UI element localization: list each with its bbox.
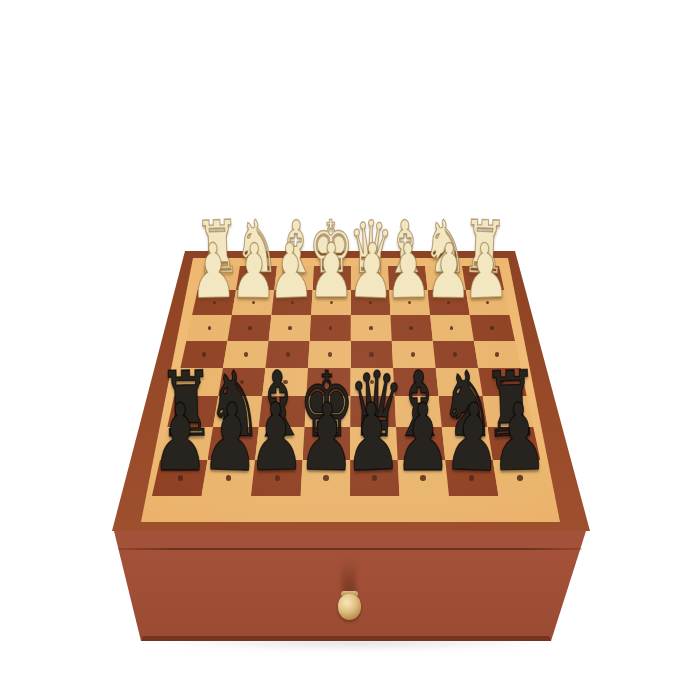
pieces-layer: ♜♞♝♚♛♝♞♜♟♟♟♟♟♟♟♟♜♞♝♚♛♝♞♜♟♟♟♟♟♟♟♟	[0, 0, 700, 700]
photo-canvas: ♜♞♝♚♛♝♞♜♟♟♟♟♟♟♟♟♜♞♝♚♛♝♞♜♟♟♟♟♟♟♟♟	[0, 0, 700, 700]
